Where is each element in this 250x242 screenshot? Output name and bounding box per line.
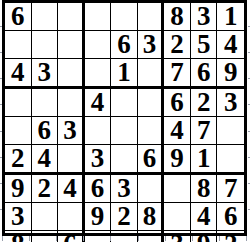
cell-r1c7: 8 <box>164 3 191 31</box>
cell-r2c3[interactable] <box>58 31 85 59</box>
cell-r6c9[interactable] <box>217 145 244 175</box>
cell-r6c4: 3 <box>85 145 112 175</box>
cell-r1c4[interactable] <box>85 3 112 31</box>
gridline-tick <box>165 236 166 241</box>
cell-r1c3[interactable] <box>58 3 85 31</box>
gridline-tick <box>248 209 250 210</box>
gridline-tick <box>0 131 2 132</box>
gridline-tick <box>0 78 2 79</box>
gridline-tick <box>0 52 2 53</box>
gridline-tick <box>248 52 250 53</box>
cell-r2c1[interactable] <box>5 31 32 59</box>
cell-r4c7: 6 <box>164 89 191 117</box>
gridline-tick <box>0 26 2 27</box>
cell-r6c5[interactable] <box>111 145 138 175</box>
cell-r2c5: 6 <box>111 31 138 59</box>
cell-r5c2: 6 <box>32 117 59 145</box>
gridline-tick <box>248 26 250 27</box>
cell-r7c6[interactable] <box>138 175 165 203</box>
cell-r1c5[interactable] <box>111 3 138 31</box>
cell-r9c1: 8 <box>5 231 32 242</box>
cell-r9c3: 6 <box>58 231 85 242</box>
cell-r3c5: 1 <box>111 59 138 89</box>
cell-r9c4[interactable] <box>85 231 112 242</box>
cell-r7c3: 4 <box>58 175 85 203</box>
cell-r7c8: 8 <box>191 175 218 203</box>
cell-r3c8: 6 <box>191 59 218 89</box>
gridline-tick <box>248 157 250 158</box>
cell-r8c4: 9 <box>85 203 112 231</box>
cell-r7c4: 6 <box>85 175 112 203</box>
cell-r9c8: 9 <box>191 231 218 242</box>
cell-r9c2[interactable] <box>32 231 59 242</box>
cell-r6c8: 1 <box>191 145 218 175</box>
gridline-tick <box>0 183 2 184</box>
gridline-tick <box>2 236 3 241</box>
cell-r3c1: 4 <box>5 59 32 89</box>
gridline-tick <box>248 183 250 184</box>
gridline-tick <box>0 209 2 210</box>
cell-r6c3[interactable] <box>58 145 85 175</box>
cell-r4c3[interactable] <box>58 89 85 117</box>
gridline-tick <box>110 236 111 241</box>
cell-r1c6[interactable] <box>138 3 165 31</box>
cell-r8c1: 3 <box>5 203 32 231</box>
cell-r5c9[interactable] <box>217 117 244 145</box>
cell-r4c4: 4 <box>85 89 112 117</box>
cell-r8c3[interactable] <box>58 203 85 231</box>
sudoku-board: 6831632544317694623634724369192463873928… <box>2 0 247 236</box>
gridline-tick <box>192 236 193 241</box>
cell-r3c4[interactable] <box>85 59 112 89</box>
cell-r2c9: 4 <box>217 31 244 59</box>
gridline-tick <box>138 236 139 241</box>
cell-r2c8: 5 <box>191 31 218 59</box>
cell-r9c6[interactable] <box>138 231 165 242</box>
cell-r4c1[interactable] <box>5 89 32 117</box>
gridline-tick <box>0 104 2 105</box>
cell-r7c2: 2 <box>32 175 59 203</box>
gridline-tick <box>56 236 57 241</box>
cell-r8c9: 6 <box>217 203 244 231</box>
sudoku-screenshot: 6831632544317694623634724369192463873928… <box>0 0 250 242</box>
cell-r4c2[interactable] <box>32 89 59 117</box>
cell-r3c3[interactable] <box>58 59 85 89</box>
cell-r8c2[interactable] <box>32 203 59 231</box>
cell-r4c6[interactable] <box>138 89 165 117</box>
cell-r5c6[interactable] <box>138 117 165 145</box>
cell-r1c2[interactable] <box>32 3 59 31</box>
cell-r4c8: 2 <box>191 89 218 117</box>
cell-r8c6: 8 <box>138 203 165 231</box>
cell-r2c6: 3 <box>138 31 165 59</box>
cell-r7c1: 9 <box>5 175 32 203</box>
cell-r5c1[interactable] <box>5 117 32 145</box>
cell-r3c7: 7 <box>164 59 191 89</box>
cell-r5c3: 3 <box>58 117 85 145</box>
cell-r4c5[interactable] <box>111 89 138 117</box>
gridline-tick <box>246 236 247 241</box>
cell-r9c7: 3 <box>164 231 191 242</box>
cell-r3c2: 3 <box>32 59 59 89</box>
gridline-tick <box>248 78 250 79</box>
cell-r7c9: 7 <box>217 175 244 203</box>
gridline-tick <box>83 236 84 241</box>
cell-r1c1: 6 <box>5 3 32 31</box>
cell-r8c7[interactable] <box>164 203 191 231</box>
cell-r9c5[interactable] <box>111 231 138 242</box>
cell-r6c2: 4 <box>32 145 59 175</box>
cell-r2c7: 2 <box>164 31 191 59</box>
cell-r8c5: 2 <box>111 203 138 231</box>
cell-r1c9: 1 <box>217 3 244 31</box>
cell-r3c6[interactable] <box>138 59 165 89</box>
cell-r7c5: 3 <box>111 175 138 203</box>
cell-r5c8: 7 <box>191 117 218 145</box>
gridline-tick <box>29 236 30 241</box>
gridline-tick <box>248 131 250 132</box>
cell-r5c5[interactable] <box>111 117 138 145</box>
gridline-tick <box>219 236 220 241</box>
cell-r2c4[interactable] <box>85 31 112 59</box>
cell-r2c2[interactable] <box>32 31 59 59</box>
cell-r8c8: 4 <box>191 203 218 231</box>
cell-r5c4[interactable] <box>85 117 112 145</box>
cell-r6c6: 6 <box>138 145 165 175</box>
cell-r3c9: 9 <box>217 59 244 89</box>
cell-r4c9: 3 <box>217 89 244 117</box>
cell-r6c1: 2 <box>5 145 32 175</box>
cell-r9c9: 2 <box>217 231 244 242</box>
gridline-tick <box>248 104 250 105</box>
cell-r7c7[interactable] <box>164 175 191 203</box>
cell-r5c7: 4 <box>164 117 191 145</box>
cell-r6c7: 9 <box>164 145 191 175</box>
gridline-tick <box>0 157 2 158</box>
cell-r1c8: 3 <box>191 3 218 31</box>
